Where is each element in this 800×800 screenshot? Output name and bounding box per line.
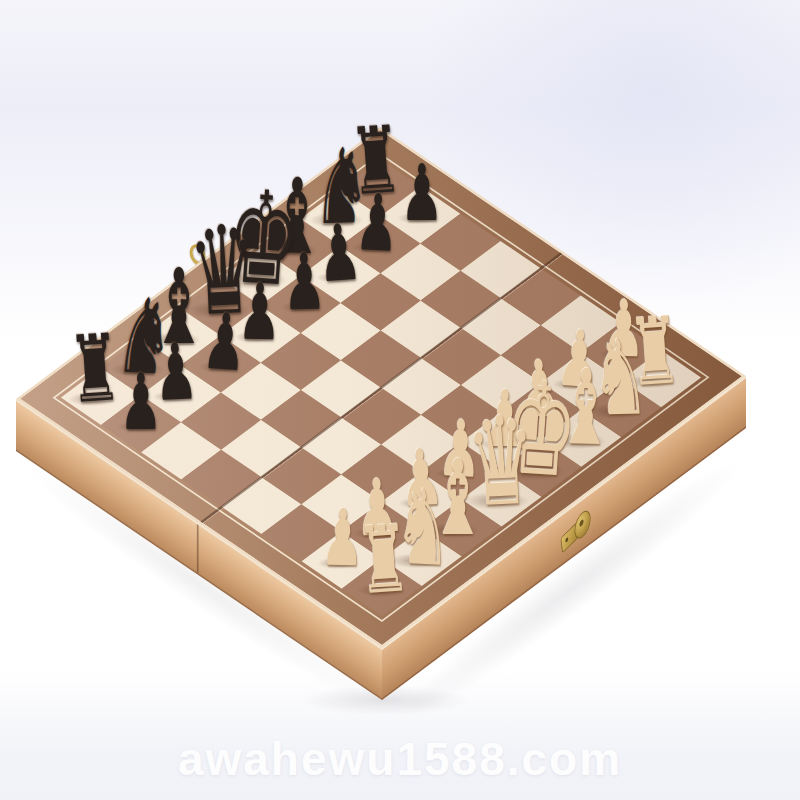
product-photo-scene: ♜♞♝♛♚♝♞♜♟♟♟♟♟♟♟♟♟♟♟♟♟♟♟♟♜♞♝♛♚♝♞♜ awahewu… [0, 0, 800, 800]
watermark-text: awahewu1588.com [178, 732, 622, 786]
latch-plate-hole [565, 537, 568, 543]
fold-seam-side [197, 524, 199, 573]
